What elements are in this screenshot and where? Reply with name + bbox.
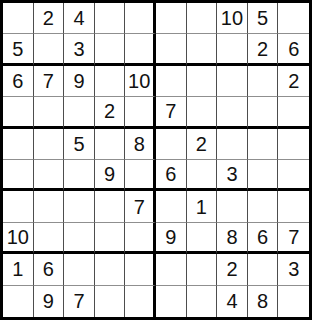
cell-r5c6[interactable] (156, 129, 187, 160)
cell-r9c3[interactable] (64, 254, 95, 285)
cell-r6c4[interactable]: 9 (95, 160, 126, 191)
cell-value: 9 (73, 71, 84, 91)
cell-value: 2 (196, 134, 207, 154)
cell-value: 10 (221, 8, 243, 28)
cell-r5c10[interactable] (278, 129, 309, 160)
cell-r9c1[interactable]: 1 (3, 254, 34, 285)
cell-value: 8 (134, 134, 145, 154)
cell-r5c8[interactable] (217, 129, 248, 160)
cell-r10c7[interactable] (187, 286, 218, 317)
cell-r5c9[interactable] (248, 129, 279, 160)
cell-r10c8[interactable]: 4 (217, 286, 248, 317)
cell-value: 8 (226, 227, 237, 247)
cell-r4c4[interactable]: 2 (95, 97, 126, 128)
cell-r8c8[interactable]: 8 (217, 223, 248, 254)
cell-r4c8[interactable] (217, 97, 248, 128)
cell-r8c9[interactable]: 6 (248, 223, 279, 254)
cell-r1c8[interactable]: 10 (217, 3, 248, 34)
cell-r5c3[interactable]: 5 (64, 129, 95, 160)
cell-r3c2[interactable]: 7 (34, 66, 65, 97)
cell-r3c10[interactable]: 2 (278, 66, 309, 97)
cell-r9c4[interactable] (95, 254, 126, 285)
cell-r2c3[interactable]: 3 (64, 34, 95, 65)
cell-r8c3[interactable] (64, 223, 95, 254)
cell-r8c4[interactable] (95, 223, 126, 254)
cell-r9c8[interactable]: 2 (217, 254, 248, 285)
cell-r2c9[interactable]: 2 (248, 34, 279, 65)
cell-r3c5[interactable]: 10 (125, 66, 156, 97)
cell-value: 2 (288, 71, 299, 91)
cell-r9c5[interactable] (125, 254, 156, 285)
cell-r4c9[interactable] (248, 97, 279, 128)
cell-value: 7 (134, 197, 145, 217)
cell-r2c8[interactable] (217, 34, 248, 65)
cell-r1c3[interactable]: 4 (64, 3, 95, 34)
cell-r7c7[interactable]: 1 (187, 191, 218, 222)
cell-r8c1[interactable]: 10 (3, 223, 34, 254)
cell-r7c9[interactable] (248, 191, 279, 222)
cell-r6c3[interactable] (64, 160, 95, 191)
cell-value: 9 (43, 291, 54, 311)
cell-r7c2[interactable] (34, 191, 65, 222)
cell-r9c9[interactable] (248, 254, 279, 285)
sudoku-board: 241055326679102275829637110986716239748 (0, 0, 312, 320)
cell-r7c4[interactable] (95, 191, 126, 222)
cell-r10c10[interactable] (278, 286, 309, 317)
cell-value: 7 (43, 71, 54, 91)
cell-value: 4 (226, 291, 237, 311)
cell-r5c4[interactable] (95, 129, 126, 160)
cell-r6c1[interactable] (3, 160, 34, 191)
cell-r8c6[interactable]: 9 (156, 223, 187, 254)
cell-r6c9[interactable] (248, 160, 279, 191)
cell-r10c3[interactable]: 7 (64, 286, 95, 317)
cell-value: 5 (257, 8, 268, 28)
cell-r1c9[interactable]: 5 (248, 3, 279, 34)
cell-r7c3[interactable] (64, 191, 95, 222)
cell-r2c10[interactable]: 6 (278, 34, 309, 65)
cell-r5c7[interactable]: 2 (187, 129, 218, 160)
cell-r3c4[interactable] (95, 66, 126, 97)
cell-r10c2[interactable]: 9 (34, 286, 65, 317)
cell-r5c2[interactable] (34, 129, 65, 160)
cell-value: 9 (104, 164, 115, 184)
cell-r10c4[interactable] (95, 286, 126, 317)
cell-r6c7[interactable] (187, 160, 218, 191)
cell-r2c6[interactable] (156, 34, 187, 65)
cell-r6c2[interactable] (34, 160, 65, 191)
cell-r7c10[interactable] (278, 191, 309, 222)
cell-value: 6 (288, 39, 299, 59)
cell-value: 5 (73, 134, 84, 154)
cell-r5c1[interactable] (3, 129, 34, 160)
cell-value: 4 (73, 8, 84, 28)
cell-r9c2[interactable]: 6 (34, 254, 65, 285)
cell-r4c7[interactable] (187, 97, 218, 128)
cell-value: 2 (257, 39, 268, 59)
cell-r2c2[interactable] (34, 34, 65, 65)
cell-r9c6[interactable] (156, 254, 187, 285)
cell-value: 10 (128, 71, 150, 91)
cell-value: 1 (12, 259, 23, 279)
cell-r3c9[interactable] (248, 66, 279, 97)
cell-value: 6 (165, 164, 176, 184)
cell-r7c8[interactable] (217, 191, 248, 222)
cell-value: 7 (73, 291, 84, 311)
cell-r6c10[interactable] (278, 160, 309, 191)
cell-r5c5[interactable]: 8 (125, 129, 156, 160)
cell-r4c1[interactable] (3, 97, 34, 128)
cell-r2c4[interactable] (95, 34, 126, 65)
cell-r3c1[interactable]: 6 (3, 66, 34, 97)
cell-r9c10[interactable]: 3 (278, 254, 309, 285)
cell-r7c5[interactable]: 7 (125, 191, 156, 222)
cell-r10c1[interactable] (3, 286, 34, 317)
cell-r6c5[interactable] (125, 160, 156, 191)
cell-r6c8[interactable]: 3 (217, 160, 248, 191)
cell-value: 6 (257, 227, 268, 247)
cell-r2c1[interactable]: 5 (3, 34, 34, 65)
cell-r2c5[interactable] (125, 34, 156, 65)
cell-r4c3[interactable] (64, 97, 95, 128)
cell-r10c6[interactable] (156, 286, 187, 317)
cell-r3c7[interactable] (187, 66, 218, 97)
cell-r4c6[interactable]: 7 (156, 97, 187, 128)
cell-value: 10 (7, 227, 29, 247)
cell-value: 2 (104, 101, 115, 121)
cell-r3c8[interactable] (217, 66, 248, 97)
cell-r7c1[interactable] (3, 191, 34, 222)
cell-value: 6 (12, 71, 23, 91)
cell-r6c6[interactable]: 6 (156, 160, 187, 191)
cell-value: 9 (165, 227, 176, 247)
cell-value: 2 (226, 259, 237, 279)
cell-r1c6[interactable] (156, 3, 187, 34)
cell-r8c5[interactable] (125, 223, 156, 254)
cell-value: 1 (196, 197, 207, 217)
cell-r1c10[interactable] (278, 3, 309, 34)
cell-r4c2[interactable] (34, 97, 65, 128)
cell-value: 2 (43, 8, 54, 28)
cell-r3c6[interactable] (156, 66, 187, 97)
cell-r8c10[interactable]: 7 (278, 223, 309, 254)
cell-value: 3 (226, 164, 237, 184)
cell-r10c5[interactable] (125, 286, 156, 317)
cell-r8c2[interactable] (34, 223, 65, 254)
cell-value: 3 (288, 259, 299, 279)
cell-r8c7[interactable] (187, 223, 218, 254)
cell-value: 7 (165, 101, 176, 121)
cell-value: 6 (43, 259, 54, 279)
cell-value: 7 (288, 227, 299, 247)
cell-r10c9[interactable]: 8 (248, 286, 279, 317)
cell-r2c7[interactable] (187, 34, 218, 65)
cell-r1c4[interactable] (95, 3, 126, 34)
cell-value: 3 (73, 39, 84, 59)
cell-r9c7[interactable] (187, 254, 218, 285)
cell-r1c2[interactable]: 2 (34, 3, 65, 34)
cell-r4c10[interactable] (278, 97, 309, 128)
cell-value: 8 (257, 291, 268, 311)
cell-r1c1[interactable] (3, 3, 34, 34)
cell-r1c5[interactable] (125, 3, 156, 34)
cell-r7c6[interactable] (156, 191, 187, 222)
cell-r4c5[interactable] (125, 97, 156, 128)
cell-r1c7[interactable] (187, 3, 218, 34)
cell-r3c3[interactable]: 9 (64, 66, 95, 97)
cell-value: 5 (12, 39, 23, 59)
